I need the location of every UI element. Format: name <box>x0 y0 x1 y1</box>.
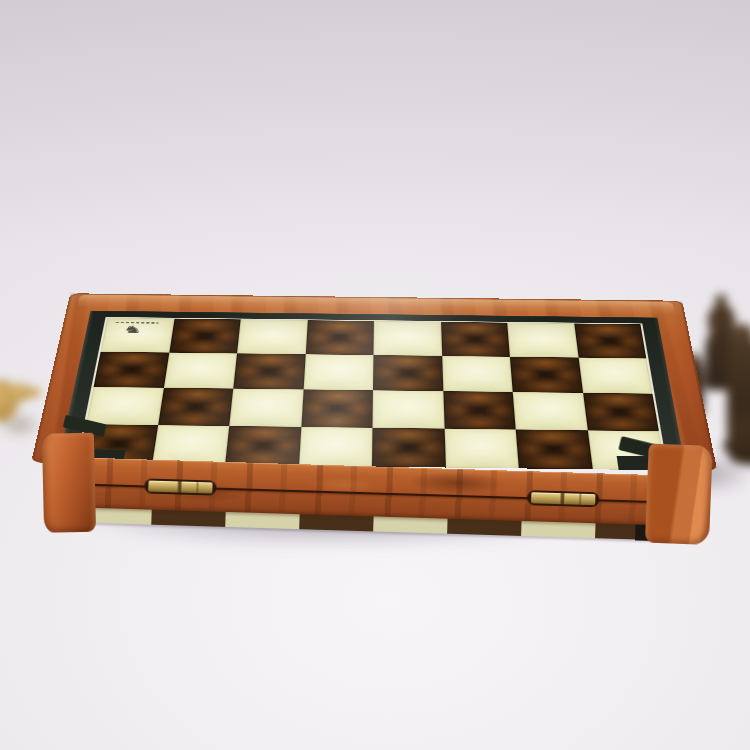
board-square <box>225 426 301 466</box>
board-square <box>507 323 578 358</box>
board-square <box>237 319 307 354</box>
folded-chessboard-box: ♞ <box>0 0 750 750</box>
board-square <box>169 319 241 354</box>
board-square <box>373 355 443 391</box>
frame-corner-block-left <box>42 433 96 533</box>
board-square <box>86 387 163 425</box>
board-square <box>442 356 513 392</box>
board-square <box>299 427 373 467</box>
board-square <box>152 425 230 465</box>
board-square <box>513 392 588 430</box>
board-square <box>94 352 169 388</box>
board-square <box>301 389 373 427</box>
frame-corner-block-right <box>645 444 713 545</box>
board-top-surface: ♞ <box>31 293 717 471</box>
board-square <box>516 429 593 469</box>
board-square <box>574 323 646 358</box>
board-square <box>583 393 659 431</box>
board-square <box>303 354 373 390</box>
board-dark-border: ♞ <box>58 311 686 471</box>
board-square <box>158 388 234 426</box>
board-square <box>229 389 303 427</box>
board-square <box>444 428 519 468</box>
knight-icon: ♞ <box>122 325 144 335</box>
photo-stage: ♞ <box>0 0 750 750</box>
board-square <box>443 391 516 429</box>
board-square <box>373 321 441 356</box>
board-square: ♞ <box>101 318 174 353</box>
board-square <box>372 390 444 428</box>
board-square <box>163 352 237 388</box>
brass-hinge-left <box>148 481 212 494</box>
board-edge-line: ♞ <box>76 317 668 470</box>
maker-logo: ♞ <box>109 321 162 345</box>
chessboard-grid: ♞ <box>78 318 666 470</box>
board-square <box>233 353 305 389</box>
board-square <box>305 320 374 355</box>
box-front-face <box>75 457 671 553</box>
board-square <box>510 357 583 393</box>
brass-hinge-right <box>531 492 595 505</box>
board-square <box>441 322 510 357</box>
board-square <box>372 428 445 468</box>
board-square <box>578 357 652 393</box>
